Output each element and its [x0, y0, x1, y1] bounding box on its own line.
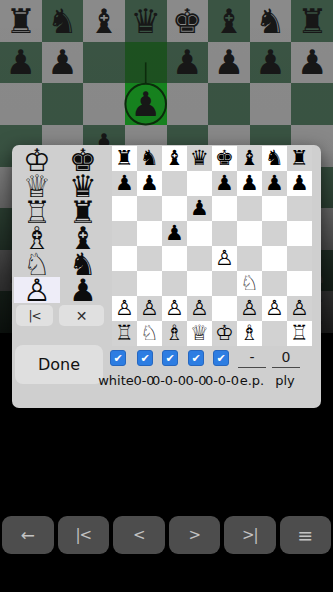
editor-square-d3[interactable]: [187, 271, 212, 296]
bg-square-b6: [42, 83, 84, 125]
bg-piece-p-g7: ♟: [255, 45, 285, 79]
editor-square-h5[interactable]: [287, 221, 312, 246]
checkbox-castle-2[interactable]: ✔: [162, 350, 178, 366]
editor-square-e7[interactable]: ♟: [212, 171, 237, 196]
palette-clear-button[interactable]: ✕: [59, 305, 104, 326]
bg-square-d8: ♛: [125, 0, 167, 42]
editor-square-d1[interactable]: ♕: [187, 321, 212, 346]
toolbar-back-button[interactable]: ←: [2, 516, 54, 554]
checkbox-castle-3[interactable]: ✔: [188, 350, 204, 366]
editor-piece-p-d6: ♟: [190, 198, 209, 219]
editor-piece-p-g7: ♟: [265, 173, 284, 194]
bg-piece-p-e7: ♟: [172, 45, 202, 79]
editor-square-g4[interactable]: [262, 246, 287, 271]
editor-square-c3[interactable]: [162, 271, 187, 296]
bg-square-e8: ♚: [167, 0, 209, 42]
editor-piece-q-d8: ♛: [190, 148, 209, 169]
editor-square-b8[interactable]: ♞: [137, 146, 162, 171]
bg-square-f6: [208, 83, 250, 125]
bg-piece-b-c8: ♝: [89, 4, 119, 38]
editor-square-h8[interactable]: ♜: [287, 146, 312, 171]
editor-square-c1[interactable]: ♗: [162, 321, 187, 346]
editor-square-a7[interactable]: ♟: [112, 171, 137, 196]
editor-piece-p-f7: ♟: [240, 173, 259, 194]
editor-square-e2[interactable]: [212, 296, 237, 321]
editor-square-g3[interactable]: [262, 271, 287, 296]
checkbox-side-white[interactable]: ✔: [110, 350, 126, 366]
toolbar-last-button[interactable]: >|: [224, 516, 276, 554]
bg-piece-q-d8: ♛: [130, 4, 160, 38]
bg-piece-p-a7: ♟: [6, 45, 36, 79]
bg-piece-p-d6: ♟: [130, 87, 160, 121]
editor-piece-n-b8: ♞: [140, 148, 159, 169]
ply-field[interactable]: 0: [266, 349, 306, 365]
editor-square-c4[interactable]: [162, 246, 187, 271]
editor-piece-p-b7: ♟: [140, 173, 159, 194]
editor-square-h4[interactable]: [287, 246, 312, 271]
bg-square-b7: ♟: [42, 42, 84, 84]
editor-square-g5[interactable]: [262, 221, 287, 246]
checkbox-castle-1[interactable]: ✔: [137, 350, 153, 366]
bg-piece-p-f7: ♟: [214, 45, 244, 79]
bg-square-c8: ♝: [83, 0, 125, 42]
editor-square-f2[interactable]: ♙: [237, 296, 262, 321]
ep-field-underline: [238, 367, 266, 368]
android-navbar: [0, 562, 333, 592]
editor-piece-p-a7: ♟: [115, 173, 134, 194]
editor-piece-B-c1: ♗: [165, 323, 184, 344]
bg-square-a8: ♜: [0, 0, 42, 42]
editor-square-c7[interactable]: [162, 171, 187, 196]
editor-square-a6[interactable]: [112, 196, 137, 221]
bg-square-c6: [83, 83, 125, 125]
bg-square-b8: ♞: [42, 0, 84, 42]
toolbar-first-button[interactable]: |<: [58, 516, 110, 554]
toolbar-menu-button[interactable]: ≡: [280, 516, 332, 554]
editor-square-f5[interactable]: [237, 221, 262, 246]
bg-square-h7: ♟: [291, 42, 333, 84]
editor-square-g8[interactable]: ♞: [262, 146, 287, 171]
checkbox-castle-4[interactable]: ✔: [213, 350, 229, 366]
editor-piece-n-g8: ♞: [265, 148, 284, 169]
editor-square-g2[interactable]: ♙: [262, 296, 287, 321]
editor-piece-P-a2: ♙: [115, 298, 134, 319]
editor-piece-b-f8: ♝: [240, 148, 259, 169]
bg-square-g6: [250, 83, 292, 125]
editor-square-e3[interactable]: [212, 271, 237, 296]
bg-piece-n-b8: ♞: [47, 4, 77, 38]
editor-square-d2[interactable]: ♙: [187, 296, 212, 321]
editor-piece-p-c5: ♟: [165, 223, 184, 244]
bg-square-d7: [125, 42, 167, 84]
editor-square-b4[interactable]: [137, 246, 162, 271]
editor-board: ♜♞♝♛♚♝♞♜♟♟♟♟♟♟♟♟♙♘♙♙♙♙♙♙♙♖♘♗♕♔♗♖: [112, 146, 312, 346]
editor-square-e8[interactable]: ♚: [212, 146, 237, 171]
editor-piece-p-e7: ♟: [215, 173, 234, 194]
editor-square-c2[interactable]: ♙: [162, 296, 187, 321]
editor-square-e1[interactable]: ♔: [212, 321, 237, 346]
editor-square-f4[interactable]: [237, 246, 262, 271]
bg-square-g8: ♞: [250, 0, 292, 42]
editor-square-a3[interactable]: [112, 271, 137, 296]
editor-square-f1[interactable]: ♗: [237, 321, 262, 346]
palette-piece-p[interactable]: ♟: [60, 277, 106, 303]
bg-piece-n-g8: ♞: [255, 4, 285, 38]
editor-piece-P-e4: ♙: [215, 248, 234, 269]
editor-square-b3[interactable]: [137, 271, 162, 296]
editor-piece-Q-d1: ♕: [190, 323, 209, 344]
editor-piece-r-h8: ♜: [290, 148, 309, 169]
chess-app-screen: { "app": "chess board editor", "game": "…: [0, 0, 333, 592]
editor-square-a5[interactable]: [112, 221, 137, 246]
palette-piece-P[interactable]: ♙: [14, 277, 60, 303]
editor-square-b1[interactable]: ♘: [137, 321, 162, 346]
ply-field-underline: [272, 367, 300, 368]
editor-square-c8[interactable]: ♝: [162, 146, 187, 171]
editor-square-d5[interactable]: [187, 221, 212, 246]
editor-square-a1[interactable]: ♖: [112, 321, 137, 346]
bg-square-a6: [0, 83, 42, 125]
editor-square-a4[interactable]: [112, 246, 137, 271]
editor-piece-B-f1: ♗: [240, 323, 259, 344]
editor-piece-P-g2: ♙: [265, 298, 284, 319]
editor-square-a2[interactable]: ♙: [112, 296, 137, 321]
bg-piece-k-e8: ♚: [172, 4, 202, 38]
editor-piece-K-e1: ♔: [215, 323, 234, 344]
bg-piece-r-h8: ♜: [297, 4, 327, 38]
toolbar-next-button[interactable]: >: [169, 516, 221, 554]
editor-square-h2[interactable]: ♙: [287, 296, 312, 321]
editor-square-e4[interactable]: ♙: [212, 246, 237, 271]
bg-square-g7: ♟: [250, 42, 292, 84]
editor-piece-k-e8: ♚: [215, 148, 234, 169]
editor-square-h6[interactable]: [287, 196, 312, 221]
bg-square-e7: ♟: [167, 42, 209, 84]
editor-piece-P-d2: ♙: [190, 298, 209, 319]
editor-square-f8[interactable]: ♝: [237, 146, 262, 171]
editor-piece-P-f2: ♙: [240, 298, 259, 319]
editor-square-c5[interactable]: ♟: [162, 221, 187, 246]
bg-piece-p-b7: ♟: [47, 45, 77, 79]
editor-piece-b-c8: ♝: [165, 148, 184, 169]
editor-square-f3[interactable]: ♘: [237, 271, 262, 296]
bg-square-a7: ♟: [0, 42, 42, 84]
bg-square-e6: [167, 83, 209, 125]
bg-square-h8: ♜: [291, 0, 333, 42]
editor-square-d4[interactable]: [187, 246, 212, 271]
bg-piece-p-h7: ♟: [297, 45, 327, 79]
editor-square-e6[interactable]: [212, 196, 237, 221]
editor-piece-P-h2: ♙: [290, 298, 309, 319]
editor-square-f6[interactable]: [237, 196, 262, 221]
editor-piece-N-f3: ♘: [240, 273, 259, 294]
editor-piece-P-c2: ♙: [165, 298, 184, 319]
toolbar-prev-button[interactable]: <: [113, 516, 165, 554]
bg-square-f7: ♟: [208, 42, 250, 84]
editor-square-d7[interactable]: [187, 171, 212, 196]
editor-square-d8[interactable]: ♛: [187, 146, 212, 171]
piece-palette: ♔♚♕♛♖♜♗♝♘♞♙♟: [14, 147, 106, 303]
bg-square-d6: ♟: [125, 83, 167, 125]
editor-square-e5[interactable]: [212, 221, 237, 246]
editor-piece-r-a8: ♜: [115, 148, 134, 169]
editor-square-a8[interactable]: ♜: [112, 146, 137, 171]
editor-piece-p-h7: ♟: [290, 173, 309, 194]
editor-square-g1[interactable]: [262, 321, 287, 346]
editor-square-b6[interactable]: [137, 196, 162, 221]
editor-square-h7[interactable]: ♟: [287, 171, 312, 196]
editor-piece-N-b1: ♘: [140, 323, 159, 344]
editor-square-g7[interactable]: ♟: [262, 171, 287, 196]
editor-square-b5[interactable]: [137, 221, 162, 246]
editor-square-d6[interactable]: ♟: [187, 196, 212, 221]
editor-square-f7[interactable]: ♟: [237, 171, 262, 196]
editor-piece-R-h1: ♖: [290, 323, 309, 344]
editor-square-b7[interactable]: ♟: [137, 171, 162, 196]
palette-first-button[interactable]: |<: [16, 305, 53, 326]
editor-square-h3[interactable]: [287, 271, 312, 296]
editor-square-h1[interactable]: ♖: [287, 321, 312, 346]
editor-square-g6[interactable]: [262, 196, 287, 221]
editor-piece-R-a1: ♖: [115, 323, 134, 344]
bg-square-h6: [291, 83, 333, 125]
bg-piece-r-a8: ♜: [6, 4, 36, 38]
setup-position-dialog: ♔♚♕♛♖♜♗♝♘♞♙♟ |< ✕ Done ♜♞♝♛♚♝♞♜♟♟♟♟♟♟♟♟♙…: [12, 145, 321, 408]
bg-piece-b-f8: ♝: [214, 4, 244, 38]
control-label-ply: ply: [255, 373, 315, 388]
editor-piece-P-b2: ♙: [140, 298, 159, 319]
bg-square-c7: [83, 42, 125, 84]
editor-square-b2[interactable]: ♙: [137, 296, 162, 321]
bg-square-f8: ♝: [208, 0, 250, 42]
game-toolbar: ←|<<>>|≡: [0, 516, 333, 554]
editor-square-c6[interactable]: [162, 196, 187, 221]
